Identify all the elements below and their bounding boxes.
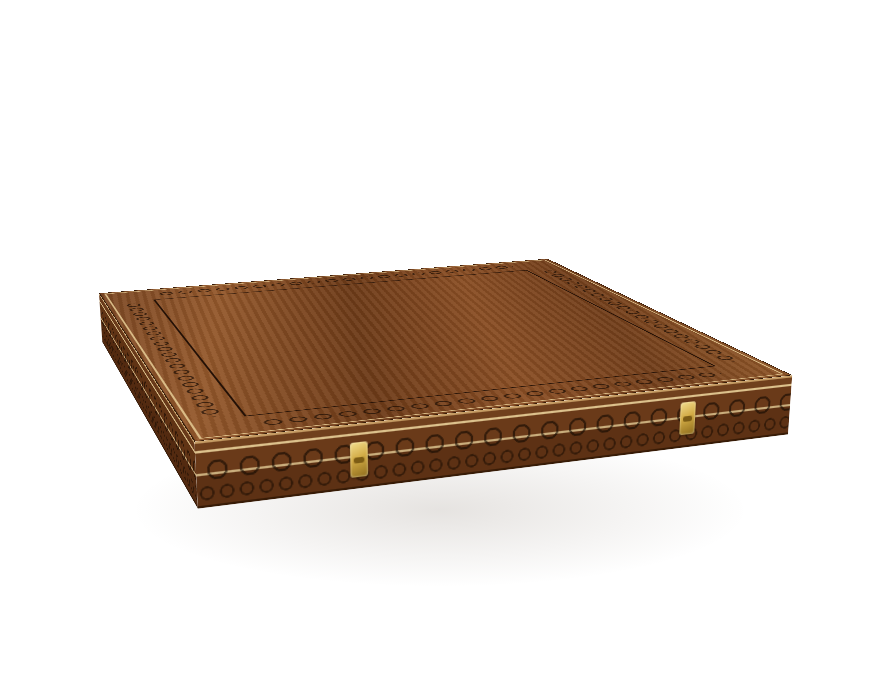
scene [0,0,880,680]
brass-latch-left [350,441,368,478]
chess-board-box [99,259,792,442]
product-photo [0,0,880,680]
brass-latch-right [679,401,696,435]
